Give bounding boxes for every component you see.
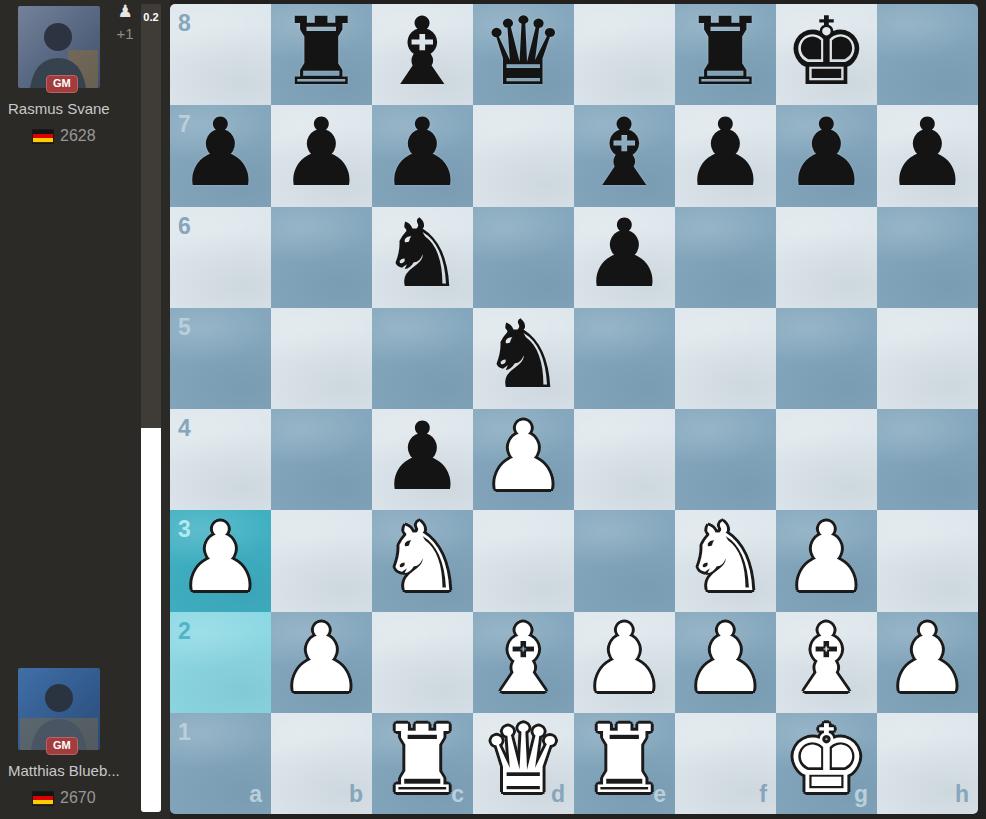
square-f3[interactable]: ♞ xyxy=(675,510,776,611)
germany-flag-bottom xyxy=(33,792,53,805)
square-h6[interactable] xyxy=(877,207,978,308)
square-e8[interactable] xyxy=(574,4,675,105)
white-bishop-g2[interactable]: ♝ xyxy=(784,612,868,706)
square-b3[interactable] xyxy=(271,510,372,611)
square-d3[interactable] xyxy=(473,510,574,611)
black-pawn-c7[interactable]: ♟ xyxy=(380,106,464,200)
material-advantage: +1 xyxy=(110,25,140,42)
black-pawn-g7[interactable]: ♟ xyxy=(784,106,868,200)
square-g6[interactable] xyxy=(776,207,877,308)
eval-bar-fill xyxy=(141,428,161,812)
black-bishop-e7[interactable]: ♝ xyxy=(582,106,666,200)
square-h4[interactable] xyxy=(877,409,978,510)
file-label-g: g xyxy=(854,783,868,806)
square-c2[interactable] xyxy=(372,612,473,713)
square-g5[interactable] xyxy=(776,308,877,409)
square-h3[interactable] xyxy=(877,510,978,611)
file-label-a: a xyxy=(249,783,262,806)
black-pawn-a7[interactable]: ♟ xyxy=(178,106,262,200)
square-h7[interactable]: ♟ xyxy=(877,105,978,206)
file-label-f: f xyxy=(759,783,767,806)
pawn-icon: ♟ xyxy=(110,0,140,22)
square-a3[interactable]: 3♟ xyxy=(170,510,271,611)
square-c8[interactable]: ♝ xyxy=(372,4,473,105)
player-rating-bottom: 2670 xyxy=(60,789,96,807)
square-d4[interactable]: ♟ xyxy=(473,409,574,510)
square-f6[interactable] xyxy=(675,207,776,308)
white-pawn-b2[interactable]: ♟ xyxy=(279,612,363,706)
square-e3[interactable] xyxy=(574,510,675,611)
white-pawn-g3[interactable]: ♟ xyxy=(784,511,868,605)
square-e6[interactable]: ♟ xyxy=(574,207,675,308)
white-pawn-h2[interactable]: ♟ xyxy=(885,612,969,706)
square-h5[interactable] xyxy=(877,308,978,409)
square-d6[interactable] xyxy=(473,207,574,308)
square-f5[interactable] xyxy=(675,308,776,409)
square-c5[interactable] xyxy=(372,308,473,409)
square-b4[interactable] xyxy=(271,409,372,510)
square-g7[interactable]: ♟ xyxy=(776,105,877,206)
black-pawn-e6[interactable]: ♟ xyxy=(582,207,666,301)
board-grid: 8♜♝♛♜♚7♟♟♟♝♟♟♟6♞♟5♞4♟♟3♟♞♞♟2♟♝♟♟♝♟1abc♜d… xyxy=(170,4,978,814)
rank-label-6: 6 xyxy=(178,215,191,238)
rank-label-3: 3 xyxy=(178,518,191,541)
square-d1[interactable]: d♛ xyxy=(473,713,574,814)
white-knight-f3[interactable]: ♞ xyxy=(683,511,767,605)
square-a7[interactable]: 7♟ xyxy=(170,105,271,206)
player-name-top: Rasmus Svane xyxy=(8,100,138,117)
rank-label-2: 2 xyxy=(178,620,191,643)
square-b7[interactable]: ♟ xyxy=(271,105,372,206)
sidebar: GM Rasmus Svane 2628 ♟ +1 xyxy=(0,0,141,819)
black-bishop-c8[interactable]: ♝ xyxy=(380,5,464,99)
player-rating-top: 2628 xyxy=(60,127,96,145)
square-a2[interactable]: 2 xyxy=(170,612,271,713)
eval-score: 0.2 xyxy=(141,11,161,23)
rank-label-5: 5 xyxy=(178,316,191,339)
eval-bar: 0.2 xyxy=(141,4,161,812)
square-d7[interactable] xyxy=(473,105,574,206)
square-h1[interactable]: h xyxy=(877,713,978,814)
square-f1[interactable]: f xyxy=(675,713,776,814)
square-d8[interactable]: ♛ xyxy=(473,4,574,105)
gm-badge-bottom: GM xyxy=(46,737,78,755)
rank-label-1: 1 xyxy=(178,721,191,744)
square-c4[interactable]: ♟ xyxy=(372,409,473,510)
file-label-d: d xyxy=(551,783,565,806)
square-b2[interactable]: ♟ xyxy=(271,612,372,713)
square-e4[interactable] xyxy=(574,409,675,510)
white-pawn-f2[interactable]: ♟ xyxy=(683,612,767,706)
square-g2[interactable]: ♝ xyxy=(776,612,877,713)
square-b6[interactable] xyxy=(271,207,372,308)
square-g3[interactable]: ♟ xyxy=(776,510,877,611)
square-g1[interactable]: g♚ xyxy=(776,713,877,814)
square-e5[interactable] xyxy=(574,308,675,409)
white-pawn-d4[interactable]: ♟ xyxy=(481,410,565,504)
file-label-b: b xyxy=(349,783,363,806)
square-a8[interactable]: 8 xyxy=(170,4,271,105)
black-pawn-c4[interactable]: ♟ xyxy=(380,410,464,504)
square-e2[interactable]: ♟ xyxy=(574,612,675,713)
file-label-c: c xyxy=(451,783,464,806)
black-pawn-h7[interactable]: ♟ xyxy=(885,106,969,200)
square-g8[interactable]: ♚ xyxy=(776,4,877,105)
file-label-e: e xyxy=(653,783,666,806)
square-f4[interactable] xyxy=(675,409,776,510)
black-king-g8[interactable]: ♚ xyxy=(784,5,868,99)
white-pawn-e2[interactable]: ♟ xyxy=(582,612,666,706)
black-queen-d8[interactable]: ♛ xyxy=(481,5,565,99)
germany-flag-top xyxy=(33,130,53,143)
square-f2[interactable]: ♟ xyxy=(675,612,776,713)
gm-badge-top: GM xyxy=(46,75,78,93)
square-c7[interactable]: ♟ xyxy=(372,105,473,206)
player-name-bottom: Matthias Blueb... xyxy=(8,762,138,779)
broadcast-viewer: GM Rasmus Svane 2628 ♟ +1 xyxy=(0,0,986,819)
white-pawn-a3[interactable]: ♟ xyxy=(178,511,262,605)
square-f7[interactable]: ♟ xyxy=(675,105,776,206)
square-h2[interactable]: ♟ xyxy=(877,612,978,713)
square-c3[interactable]: ♞ xyxy=(372,510,473,611)
square-a4[interactable]: 4 xyxy=(170,409,271,510)
square-c1[interactable]: c♜ xyxy=(372,713,473,814)
board: 8♜♝♛♜♚7♟♟♟♝♟♟♟6♞♟5♞4♟♟3♟♞♞♟2♟♝♟♟♝♟1abc♜d… xyxy=(170,0,986,819)
square-c6[interactable]: ♞ xyxy=(372,207,473,308)
black-knight-d5[interactable]: ♞ xyxy=(481,308,565,402)
square-a1[interactable]: 1a xyxy=(170,713,271,814)
rank-label-4: 4 xyxy=(178,417,191,440)
square-b5[interactable] xyxy=(271,308,372,409)
avatar-bottom: GM xyxy=(18,668,100,750)
rank-label-7: 7 xyxy=(178,113,191,136)
white-knight-c3[interactable]: ♞ xyxy=(380,511,464,605)
square-f8[interactable]: ♜ xyxy=(675,4,776,105)
square-a5[interactable]: 5 xyxy=(170,308,271,409)
square-b8[interactable]: ♜ xyxy=(271,4,372,105)
black-knight-c6[interactable]: ♞ xyxy=(380,207,464,301)
square-e7[interactable]: ♝ xyxy=(574,105,675,206)
square-g4[interactable] xyxy=(776,409,877,510)
square-d2[interactable]: ♝ xyxy=(473,612,574,713)
black-pawn-f7[interactable]: ♟ xyxy=(683,106,767,200)
file-label-h: h xyxy=(955,783,969,806)
black-pawn-b7[interactable]: ♟ xyxy=(279,106,363,200)
square-e1[interactable]: e♜ xyxy=(574,713,675,814)
square-d5[interactable]: ♞ xyxy=(473,308,574,409)
avatar-top: GM xyxy=(18,6,100,88)
rank-label-8: 8 xyxy=(178,12,191,35)
white-bishop-d2[interactable]: ♝ xyxy=(481,612,565,706)
square-a6[interactable]: 6 xyxy=(170,207,271,308)
square-h8[interactable] xyxy=(877,4,978,105)
black-rook-b8[interactable]: ♜ xyxy=(279,5,363,99)
black-rook-f8[interactable]: ♜ xyxy=(683,5,767,99)
square-b1[interactable]: b xyxy=(271,713,372,814)
material-indicator: ♟ +1 xyxy=(110,0,140,42)
